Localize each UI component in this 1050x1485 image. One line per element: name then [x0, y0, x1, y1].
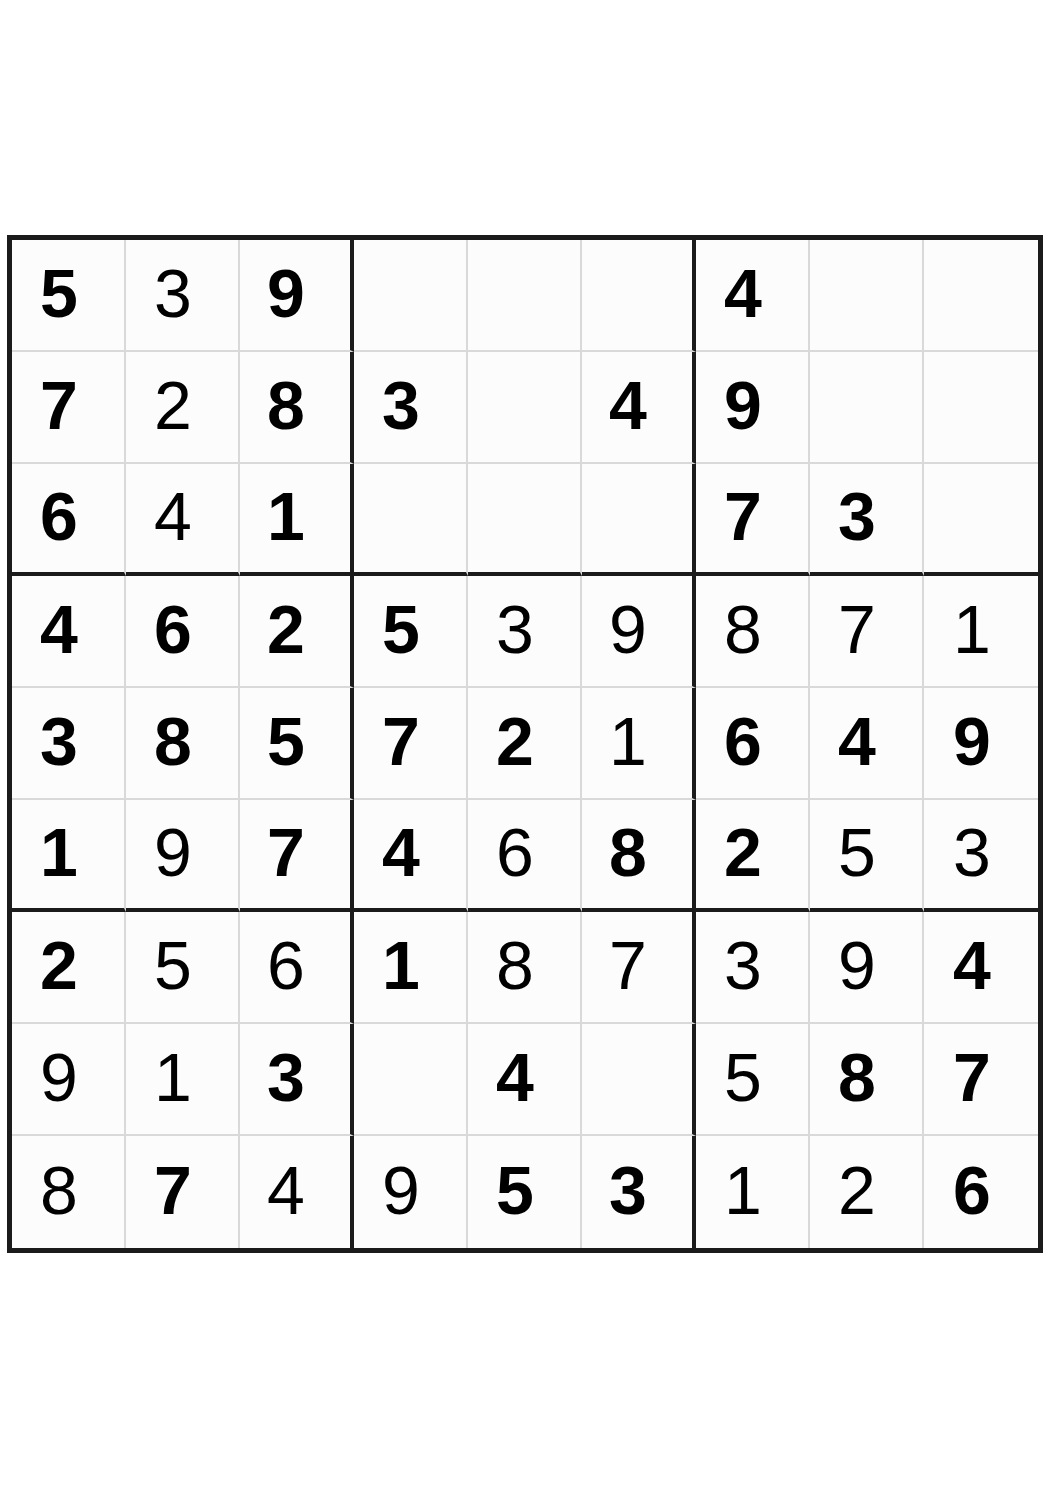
solved-digit: 2 [838, 1156, 876, 1224]
given-digit: 3 [609, 1156, 647, 1224]
given-digit: 5 [40, 259, 78, 327]
cell-r1c9[interactable] [924, 240, 1038, 352]
cell-r8c4[interactable] [354, 1024, 468, 1136]
cell-r7c7[interactable]: 3 [696, 912, 810, 1024]
given-digit: 1 [40, 818, 78, 886]
cell-r2c8[interactable] [810, 352, 924, 464]
cell-r2c5[interactable] [468, 352, 582, 464]
cell-r7c3[interactable]: 6 [240, 912, 354, 1024]
cell-r9c7[interactable]: 1 [696, 1136, 810, 1248]
solved-digit: 8 [40, 1156, 78, 1224]
solved-digit: 9 [838, 931, 876, 999]
cell-r1c2[interactable]: 3 [126, 240, 240, 352]
cell-r6c6[interactable]: 8 [582, 800, 696, 912]
cell-r5c5[interactable]: 2 [468, 688, 582, 800]
given-digit: 7 [382, 707, 420, 775]
cell-r8c9[interactable]: 7 [924, 1024, 1038, 1136]
solved-digit: 1 [953, 595, 991, 663]
cell-r1c4[interactable] [354, 240, 468, 352]
cell-r9c4[interactable]: 9 [354, 1136, 468, 1248]
given-digit: 7 [953, 1043, 991, 1111]
cell-r7c1[interactable]: 2 [12, 912, 126, 1024]
cell-r6c2[interactable]: 9 [126, 800, 240, 912]
given-digit: 4 [40, 595, 78, 663]
given-digit: 8 [154, 707, 192, 775]
cell-r2c2[interactable]: 2 [126, 352, 240, 464]
solved-digit: 9 [382, 1156, 420, 1224]
cell-r9c8[interactable]: 2 [810, 1136, 924, 1248]
cell-r1c7[interactable]: 4 [696, 240, 810, 352]
sudoku-board: 5394728349641734625398713857216491974682… [7, 235, 1043, 1253]
cell-r1c3[interactable]: 9 [240, 240, 354, 352]
solved-digit: 4 [154, 482, 192, 550]
given-digit: 2 [40, 931, 78, 999]
given-digit: 5 [382, 595, 420, 663]
cell-r9c2[interactable]: 7 [126, 1136, 240, 1248]
solved-digit: 4 [267, 1156, 305, 1224]
cell-r6c3[interactable]: 7 [240, 800, 354, 912]
cell-r1c8[interactable] [810, 240, 924, 352]
given-digit: 5 [496, 1156, 534, 1224]
given-digit: 4 [953, 931, 991, 999]
cell-r9c1[interactable]: 8 [12, 1136, 126, 1248]
solved-digit: 6 [496, 818, 534, 886]
cell-r7c6[interactable]: 7 [582, 912, 696, 1024]
cell-r9c3[interactable]: 4 [240, 1136, 354, 1248]
cell-r3c2[interactable]: 4 [126, 464, 240, 576]
given-digit: 3 [40, 707, 78, 775]
cell-r2c9[interactable] [924, 352, 1038, 464]
cell-r4c7[interactable]: 8 [696, 576, 810, 688]
given-digit: 4 [838, 707, 876, 775]
cell-r9c9[interactable]: 6 [924, 1136, 1038, 1248]
cell-r6c8[interactable]: 5 [810, 800, 924, 912]
cell-r8c6[interactable] [582, 1024, 696, 1136]
given-digit: 7 [40, 371, 78, 439]
cell-r2c6[interactable]: 4 [582, 352, 696, 464]
cell-r4c6[interactable]: 9 [582, 576, 696, 688]
cell-r6c9[interactable]: 3 [924, 800, 1038, 912]
cell-r1c1[interactable]: 5 [12, 240, 126, 352]
cell-r3c8[interactable]: 3 [810, 464, 924, 576]
given-digit: 4 [496, 1043, 534, 1111]
cell-r8c5[interactable]: 4 [468, 1024, 582, 1136]
cell-r5c4[interactable]: 7 [354, 688, 468, 800]
cell-r7c2[interactable]: 5 [126, 912, 240, 1024]
given-digit: 4 [382, 818, 420, 886]
cell-r5c8[interactable]: 4 [810, 688, 924, 800]
cell-r7c5[interactable]: 8 [468, 912, 582, 1024]
given-digit: 1 [267, 482, 305, 550]
given-digit: 4 [609, 371, 647, 439]
given-digit: 9 [724, 371, 762, 439]
given-digit: 6 [724, 707, 762, 775]
cell-r6c1[interactable]: 1 [12, 800, 126, 912]
given-digit: 3 [838, 482, 876, 550]
cell-r5c9[interactable]: 9 [924, 688, 1038, 800]
given-digit: 4 [724, 259, 762, 327]
given-digit: 8 [838, 1043, 876, 1111]
cell-r4c4[interactable]: 5 [354, 576, 468, 688]
given-digit: 3 [267, 1043, 305, 1111]
cell-r5c1[interactable]: 3 [12, 688, 126, 800]
cell-r4c1[interactable]: 4 [12, 576, 126, 688]
given-digit: 2 [724, 818, 762, 886]
cell-r8c1[interactable]: 9 [12, 1024, 126, 1136]
solved-digit: 1 [154, 1043, 192, 1111]
cell-r4c9[interactable]: 1 [924, 576, 1038, 688]
cell-r2c4[interactable]: 3 [354, 352, 468, 464]
solved-digit: 9 [609, 595, 647, 663]
given-digit: 2 [496, 707, 534, 775]
solved-digit: 3 [496, 595, 534, 663]
solved-digit: 8 [496, 931, 534, 999]
cell-r4c8[interactable]: 7 [810, 576, 924, 688]
cell-r9c5[interactable]: 5 [468, 1136, 582, 1248]
cell-r1c5[interactable] [468, 240, 582, 352]
solved-digit: 2 [154, 371, 192, 439]
cell-r2c1[interactable]: 7 [12, 352, 126, 464]
solved-digit: 3 [953, 818, 991, 886]
cell-r5c6[interactable]: 1 [582, 688, 696, 800]
solved-digit: 5 [724, 1043, 762, 1111]
given-digit: 1 [382, 931, 420, 999]
solved-digit: 9 [154, 818, 192, 886]
solved-digit: 7 [609, 931, 647, 999]
cell-r6c5[interactable]: 6 [468, 800, 582, 912]
cell-r5c7[interactable]: 6 [696, 688, 810, 800]
given-digit: 5 [267, 707, 305, 775]
solved-digit: 1 [609, 707, 647, 775]
cell-r4c2[interactable]: 6 [126, 576, 240, 688]
solved-digit: 1 [724, 1156, 762, 1224]
solved-digit: 3 [724, 931, 762, 999]
cell-r7c9[interactable]: 4 [924, 912, 1038, 1024]
cell-r3c9[interactable] [924, 464, 1038, 576]
solved-digit: 5 [838, 818, 876, 886]
given-digit: 7 [267, 818, 305, 886]
cell-r1c6[interactable] [582, 240, 696, 352]
solved-digit: 9 [40, 1043, 78, 1111]
given-digit: 9 [267, 259, 305, 327]
solved-digit: 6 [267, 931, 305, 999]
cell-r4c5[interactable]: 3 [468, 576, 582, 688]
cell-r6c4[interactable]: 4 [354, 800, 468, 912]
cell-r3c3[interactable]: 1 [240, 464, 354, 576]
given-digit: 8 [267, 371, 305, 439]
cell-r2c7[interactable]: 9 [696, 352, 810, 464]
cell-r3c5[interactable] [468, 464, 582, 576]
cell-r8c2[interactable]: 1 [126, 1024, 240, 1136]
sudoku-page: 5394728349641734625398713857216491974682… [0, 0, 1050, 1485]
given-digit: 7 [154, 1156, 192, 1224]
given-digit: 3 [382, 371, 420, 439]
given-digit: 8 [609, 818, 647, 886]
solved-digit: 8 [724, 595, 762, 663]
cell-r7c8[interactable]: 9 [810, 912, 924, 1024]
given-digit: 9 [953, 707, 991, 775]
cell-r7c4[interactable]: 1 [354, 912, 468, 1024]
solved-digit: 5 [154, 931, 192, 999]
given-digit: 2 [267, 595, 305, 663]
given-digit: 6 [953, 1156, 991, 1224]
cell-r6c7[interactable]: 2 [696, 800, 810, 912]
cell-r3c4[interactable] [354, 464, 468, 576]
cell-r8c8[interactable]: 8 [810, 1024, 924, 1136]
cell-r5c3[interactable]: 5 [240, 688, 354, 800]
solved-digit: 7 [838, 595, 876, 663]
cell-r4c3[interactable]: 2 [240, 576, 354, 688]
cell-r2c3[interactable]: 8 [240, 352, 354, 464]
cell-r5c2[interactable]: 8 [126, 688, 240, 800]
cell-r9c6[interactable]: 3 [582, 1136, 696, 1248]
cell-r3c7[interactable]: 7 [696, 464, 810, 576]
cell-r3c1[interactable]: 6 [12, 464, 126, 576]
given-digit: 6 [154, 595, 192, 663]
cell-r8c3[interactable]: 3 [240, 1024, 354, 1136]
given-digit: 7 [724, 482, 762, 550]
cell-r3c6[interactable] [582, 464, 696, 576]
solved-digit: 3 [154, 259, 192, 327]
cell-r8c7[interactable]: 5 [696, 1024, 810, 1136]
given-digit: 6 [40, 482, 78, 550]
